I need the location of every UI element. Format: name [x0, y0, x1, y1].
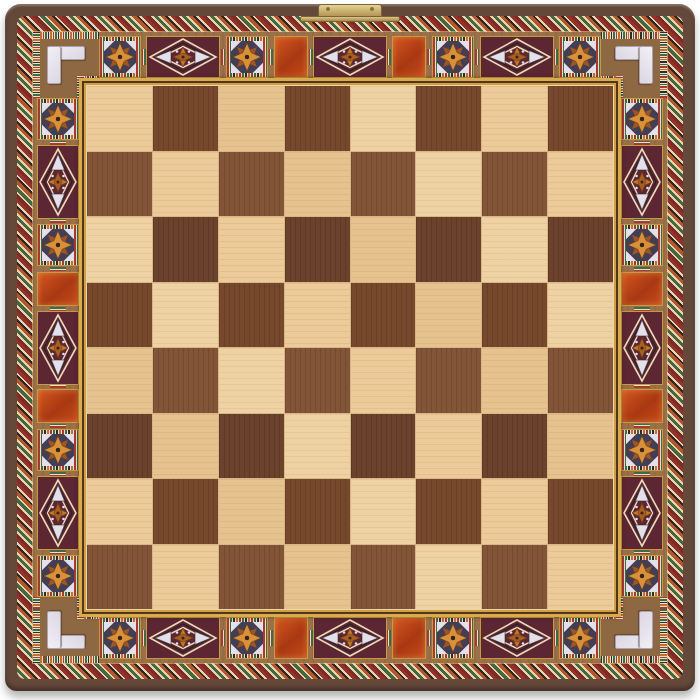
square-b6[interactable] [153, 217, 218, 282]
square-d8[interactable] [285, 86, 350, 151]
star-mosaic-medallion [621, 224, 663, 266]
square-d2[interactable] [285, 479, 350, 544]
square-c7[interactable] [219, 152, 284, 217]
diamond-mosaic-face [37, 476, 79, 550]
diamond-mosaic-medallion [480, 617, 553, 659]
corner-stripe-band [33, 597, 40, 663]
diamond-mosaic-face [621, 311, 663, 385]
square-a3[interactable] [87, 414, 152, 479]
square-h7[interactable] [548, 152, 613, 217]
product-photo-background [0, 0, 700, 700]
square-b2[interactable] [153, 479, 218, 544]
square-e2[interactable] [351, 479, 416, 544]
corner-stripe-band [660, 597, 667, 663]
medallion-band-left [35, 98, 81, 597]
square-e1[interactable] [351, 545, 416, 610]
diamond-mosaic-medallion [314, 36, 387, 78]
mother-of-pearl-bracket-icon [47, 46, 61, 84]
square-g4[interactable] [482, 348, 547, 413]
square-d3[interactable] [285, 414, 350, 479]
square-c2[interactable] [219, 479, 284, 544]
star-mosaic-medallion [226, 36, 268, 78]
stripe-connector [634, 219, 650, 223]
corner-stripe-band [601, 32, 667, 39]
square-c6[interactable] [219, 217, 284, 282]
diamond-mosaic-medallion [314, 617, 387, 659]
diamond-mosaic-face [37, 145, 79, 219]
square-d6[interactable] [285, 217, 350, 282]
square-a2[interactable] [87, 479, 152, 544]
star-mosaic-medallion [37, 98, 79, 140]
square-f5[interactable] [416, 283, 481, 348]
square-f3[interactable] [416, 414, 481, 479]
mother-of-pearl-bracket-icon [639, 611, 653, 649]
square-f7[interactable] [416, 152, 481, 217]
corner-stripe-band [33, 32, 99, 39]
star-mosaic-medallion [621, 98, 663, 140]
mother-of-pearl-bracket-icon [639, 46, 653, 84]
square-f8[interactable] [416, 86, 481, 151]
corner-stripe-band [660, 32, 667, 98]
diamond-mosaic-medallion [37, 477, 79, 549]
square-d1[interactable] [285, 545, 350, 610]
square-f6[interactable] [416, 217, 481, 282]
red-wood-panel [392, 36, 426, 78]
star-mosaic-medallion [37, 429, 79, 471]
square-h1[interactable] [548, 545, 613, 610]
square-f1[interactable] [416, 545, 481, 610]
stripe-connector [387, 49, 391, 65]
corner-stripe-band [33, 32, 40, 98]
star-mosaic-medallion [432, 617, 474, 659]
stripe-connector [634, 550, 650, 554]
square-g3[interactable] [482, 414, 547, 479]
square-h6[interactable] [548, 217, 613, 282]
star-mosaic-medallion [432, 36, 474, 78]
square-a1[interactable] [87, 545, 152, 610]
square-a7[interactable] [87, 152, 152, 217]
diamond-mosaic-face [480, 36, 554, 78]
star-mosaic-medallion [37, 555, 79, 597]
medallion-band-top [99, 34, 601, 80]
chessboard-squares [87, 86, 613, 609]
medallion-band-right [619, 98, 665, 597]
red-wood-panel [621, 389, 663, 423]
star-mosaic-medallion [621, 555, 663, 597]
square-e7[interactable] [351, 152, 416, 217]
red-wood-panel [274, 36, 308, 78]
stripe-connector [427, 630, 431, 646]
square-e8[interactable] [351, 86, 416, 151]
square-a6[interactable] [87, 217, 152, 282]
square-h5[interactable] [548, 283, 613, 348]
diamond-mosaic-medallion [37, 312, 79, 384]
stripe-connector [554, 49, 558, 65]
square-d4[interactable] [285, 348, 350, 413]
square-a4[interactable] [87, 348, 152, 413]
red-wood-panel [621, 272, 663, 306]
square-h4[interactable] [548, 348, 613, 413]
square-f4[interactable] [416, 348, 481, 413]
square-g5[interactable] [482, 283, 547, 348]
star-mosaic-medallion [559, 617, 601, 659]
stripe-connector [554, 630, 558, 646]
diamond-mosaic-face [146, 617, 220, 659]
diamond-mosaic-face [480, 617, 554, 659]
diamond-mosaic-medallion [147, 36, 220, 78]
stripe-connector [634, 424, 650, 428]
square-e4[interactable] [351, 348, 416, 413]
square-c4[interactable] [219, 348, 284, 413]
diamond-mosaic-medallion [621, 312, 663, 384]
square-g6[interactable] [482, 217, 547, 282]
diamond-mosaic-face [313, 617, 387, 659]
stripe-connector [50, 550, 66, 554]
stripe-connector [269, 49, 273, 65]
corner-stripe-band [33, 656, 99, 663]
star-mosaic-medallion [559, 36, 601, 78]
square-c5[interactable] [219, 283, 284, 348]
diamond-mosaic-medallion [621, 477, 663, 549]
stripe-connector [387, 630, 391, 646]
star-mosaic-medallion [621, 429, 663, 471]
square-a5[interactable] [87, 283, 152, 348]
star-mosaic-medallion [99, 617, 141, 659]
star-mosaic-medallion [99, 36, 141, 78]
square-a8[interactable] [87, 86, 152, 151]
square-e3[interactable] [351, 414, 416, 479]
red-wood-panel [37, 389, 79, 423]
diamond-mosaic-face [146, 36, 220, 78]
square-e6[interactable] [351, 217, 416, 282]
red-wood-panel [37, 272, 79, 306]
stripe-connector [427, 49, 431, 65]
brass-hinge-icon [300, 4, 400, 22]
diamond-mosaic-medallion [147, 617, 220, 659]
square-b1[interactable] [153, 545, 218, 610]
diamond-mosaic-face [313, 36, 387, 78]
square-c3[interactable] [219, 414, 284, 479]
square-g1[interactable] [482, 545, 547, 610]
corner-stripe-band [601, 656, 667, 663]
diamond-mosaic-medallion [37, 146, 79, 218]
diamond-mosaic-face [621, 476, 663, 550]
inner-frame-pale-line [86, 85, 614, 610]
diamond-mosaic-face [621, 145, 663, 219]
diamond-mosaic-medallion [621, 146, 663, 218]
stripe-connector [50, 424, 66, 428]
square-b5[interactable] [153, 283, 218, 348]
hinge-pin-icon [326, 7, 330, 11]
diamond-mosaic-face [37, 311, 79, 385]
square-h3[interactable] [548, 414, 613, 479]
medallion-band-bottom [99, 615, 601, 661]
square-b3[interactable] [153, 414, 218, 479]
square-f2[interactable] [416, 479, 481, 544]
square-g7[interactable] [482, 152, 547, 217]
mother-of-pearl-bracket-icon [47, 611, 61, 649]
inner-frame-dark-line [82, 81, 618, 614]
square-g8[interactable] [482, 86, 547, 151]
hinge-pin-icon [370, 7, 374, 11]
square-b4[interactable] [153, 348, 218, 413]
red-wood-panel [274, 617, 308, 659]
star-mosaic-medallion [226, 617, 268, 659]
square-h2[interactable] [548, 479, 613, 544]
stripe-connector [269, 630, 273, 646]
square-d5[interactable] [285, 283, 350, 348]
star-mosaic-medallion [37, 224, 79, 266]
diamond-mosaic-medallion [480, 36, 553, 78]
square-b8[interactable] [153, 86, 218, 151]
stripe-connector [50, 267, 66, 271]
square-e5[interactable] [351, 283, 416, 348]
stripe-connector [221, 49, 225, 65]
chess-board-box [5, 4, 695, 691]
red-wood-panel [392, 617, 426, 659]
inner-frame-gold-line [84, 83, 616, 612]
square-b7[interactable] [153, 152, 218, 217]
stripe-connector [221, 630, 225, 646]
square-g2[interactable] [482, 479, 547, 544]
square-c8[interactable] [219, 86, 284, 151]
square-d7[interactable] [285, 152, 350, 217]
inner-gold-frame [79, 78, 621, 617]
square-c1[interactable] [219, 545, 284, 610]
square-h8[interactable] [548, 86, 613, 151]
stripe-connector [634, 267, 650, 271]
stripe-connector [50, 219, 66, 223]
